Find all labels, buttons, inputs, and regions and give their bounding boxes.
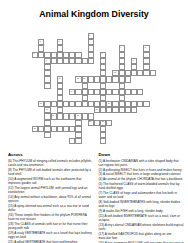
down-clue-list: (1) A freshwater CNIDARIAN with a tube-s… (99, 159, 185, 243)
across-clues-column: Across (6) This PHYLUM of stinging-celle… (8, 152, 94, 243)
clue-area: Across (6) This PHYLUM of stinging-celle… (8, 152, 184, 243)
clue-item: (8) The PHYLUM of soft-bodied animals of… (8, 168, 94, 176)
clue-number: 13 (83, 77, 85, 79)
clue-number: 10 (114, 71, 116, 73)
down-clues-column: Down (1) A freshwater CNIDARIAN with a t… (99, 152, 185, 243)
clue-item: (13) A tiny colonial CNIDARIAN whose ske… (99, 223, 185, 231)
clue-item: (21) A gilled VERTEBRATE that lives and … (8, 240, 94, 243)
clue-item: (11) A soft-bodied INVERTEBRATE such as … (99, 214, 185, 222)
across-header: Across (8, 152, 94, 157)
clue-item: (18) The CLASS of animals with hair or f… (8, 222, 94, 230)
clue-item: (16) These simple filter feeders of the … (8, 213, 94, 221)
clue-number: 15 (40, 102, 42, 104)
clue-number: 6 (33, 52, 34, 54)
clue-number: 22 (101, 120, 103, 122)
clue-number: 4 (120, 46, 121, 48)
clue-number: 1 (89, 34, 90, 36)
clue-number: 11 (58, 77, 60, 79)
crossword-grid: 1234567891011121314151617181920212223 (32, 33, 156, 144)
clue-number: 5 (145, 46, 146, 48)
clue-number: 19 (52, 114, 54, 116)
clue-item: (9) A snake-like FISH with a long, slend… (99, 209, 185, 213)
clue-item: (5) The feathered CLASS of warm-blooded … (99, 182, 185, 190)
clue-number: 7 (101, 52, 102, 54)
clue-item: (15) A spiny-skinned sea animal such as … (8, 204, 94, 212)
clue-number: 21 (89, 120, 91, 122)
clue-item: (6) This PHYLUM of stinging-celled anima… (8, 159, 94, 167)
clue-item: (17) A shelled GASTROPOD that glides alo… (99, 232, 185, 240)
clue-number: 2 (40, 40, 41, 42)
clue-number: 9 (132, 59, 133, 61)
clue-number: 18 (95, 108, 97, 110)
clue-number: 20 (77, 114, 79, 116)
clue-number: 17 (46, 108, 48, 110)
clue-item: (10) A segmented WORM such as the earthw… (8, 177, 94, 185)
clue-item: (4) An animal of the phylum CHORDATA tha… (99, 177, 185, 181)
clue-item: (14) Any animal without a backbone, abou… (8, 195, 94, 203)
clue-item: (7) The CLASS of frogs and salamanders t… (99, 191, 185, 199)
clue-number: 14 (71, 90, 73, 92)
blocked-cell (150, 138, 156, 144)
clue-item: (1) A freshwater CNIDARIAN with a tube-s… (99, 159, 185, 167)
clue-number: 16 (108, 102, 110, 104)
clue-number: 8 (46, 59, 47, 61)
across-clue-list: (6) This PHYLUM of stinging-celled anima… (8, 159, 94, 243)
down-header: Down (99, 152, 185, 157)
clue-item: (19) A scaly VERTEBRATE such as a lizard… (8, 231, 94, 239)
clue-item: (3) A social INSECT that lives in large … (99, 172, 185, 176)
clue-item: (8) Soft-bodied INVERTEBRATES with long,… (99, 200, 185, 208)
clue-number: 3 (58, 40, 59, 42)
clue-item: (2) A pollinating INSECT that lives in h… (99, 168, 185, 172)
clue-item: (12) The largest animal PHYLUM, with joi… (8, 186, 94, 194)
clue-number: 23 (33, 127, 35, 129)
page-title: Animal Kingdom Diversity (0, 9, 188, 19)
clue-number: 12 (77, 77, 79, 79)
